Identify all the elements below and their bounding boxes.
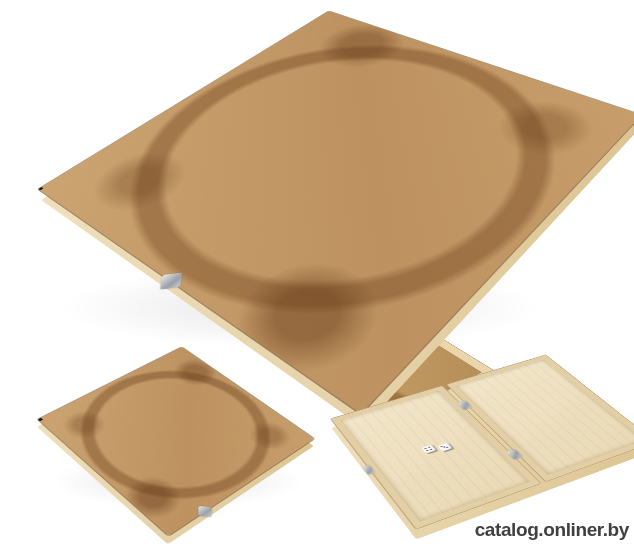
checkers-clasp-icon <box>198 506 212 517</box>
product-photo: catalog.onliner.by <box>0 0 634 550</box>
chess-clasp-icon <box>160 273 182 290</box>
backgammon-left-half <box>331 386 540 529</box>
die-icon <box>421 445 436 454</box>
hinge-icon <box>457 401 472 410</box>
backgammon-box <box>331 355 634 529</box>
watermark: catalog.onliner.by <box>475 519 629 541</box>
die-icon <box>437 443 452 452</box>
